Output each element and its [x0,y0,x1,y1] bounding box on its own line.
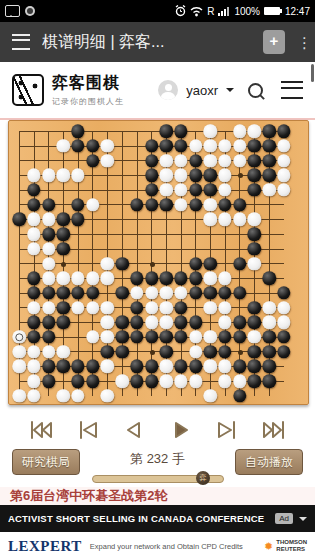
black-stone-r13c17 [248,301,261,314]
black-stone-r16c15 [218,345,231,358]
white-stone-r14c7 [101,316,114,329]
black-stone-r11c12 [174,272,187,285]
white-stone-r3c14 [204,154,217,167]
white-stone-r18c12 [174,374,187,387]
white-stone-r19c2 [27,389,40,402]
black-stone-r12c13 [189,286,202,299]
avatar[interactable] [158,80,178,100]
white-stone-r10c17 [248,257,261,270]
wifi-icon [190,6,203,17]
go-board[interactable] [8,120,309,405]
white-stone-r9c2 [27,242,40,255]
white-stone-r11c7 [101,272,114,285]
board-section [0,120,315,405]
white-stone-r15c14 [204,330,217,343]
battery-icon [264,7,280,15]
black-stone-r15c19 [277,330,290,343]
white-stone-r17c2 [27,360,40,373]
black-stone-r3c13 [189,154,202,167]
black-stone-r14c13 [189,316,202,329]
white-stone-r16c4 [57,345,70,358]
black-stone-r14c12 [174,316,187,329]
white-stone-r19c1 [13,389,26,402]
black-stone-r7c5 [71,213,84,226]
black-stone-r5c13 [189,183,202,196]
black-stone-r15c16 [233,330,246,343]
white-stone-r1c17 [248,125,261,138]
black-stone-r7c4 [57,213,70,226]
white-stone-r1c16 [233,125,246,138]
black-stone-r2c12 [174,139,187,152]
black-stone-r13c4 [57,301,70,314]
white-stone-r3c7 [101,154,114,167]
black-stone-r10c16 [233,257,246,270]
black-stone-r6c10 [145,198,158,211]
black-stone-r14c16 [233,316,246,329]
black-stone-r9c4 [57,242,70,255]
black-stone-r18c17 [248,374,261,387]
star-point [61,262,66,267]
white-stone-r3c15 [218,154,231,167]
menu-icon[interactable] [12,34,30,50]
white-stone-r4c15 [218,169,231,182]
black-stone-r12c2 [27,286,40,299]
black-stone-r13c9 [130,301,143,314]
white-stone-r3c19 [277,154,290,167]
black-stone-r14c2 [27,316,40,329]
clock: 12:47 [285,6,310,17]
white-stone-r7c15 [218,213,231,226]
white-stone-r15c17 [248,330,261,343]
black-stone-r15c8 [115,330,128,343]
black-stone-r6c5 [71,198,84,211]
white-stone-r12c10 [145,286,158,299]
black-stone-r15c3 [42,330,55,343]
step-forward-icon[interactable] [212,419,242,441]
black-stone-r4c17 [248,169,261,182]
white-stone-r13c19 [277,301,290,314]
white-stone-r6c6 [86,198,99,211]
white-stone-r11c3 [42,272,55,285]
black-stone-r14c4 [57,316,70,329]
white-stone-r11c5 [71,272,84,285]
black-stone-r6c2 [27,198,40,211]
black-stone-r15c12 [174,330,187,343]
white-stone-r4c2 [27,169,40,182]
white-stone-r18c15 [218,374,231,387]
black-stone-r1c11 [160,125,173,138]
white-stone-r17c11 [160,360,173,373]
white-stone-r14c19 [277,316,290,329]
black-stone-r12c4 [57,286,70,299]
black-stone-r19c16 [233,389,246,402]
jump-to-end-icon[interactable] [259,419,289,441]
white-stone-r19c14 [204,389,217,402]
black-stone-r1c5 [71,125,84,138]
ad-text[interactable]: ACTIVIST SHORT SELLING IN CANADA CONFERE… [8,513,269,524]
black-stone-r6c13 [189,198,202,211]
black-stone-r14c3 [42,316,55,329]
black-stone-r11c13 [189,272,202,285]
slider-thumb[interactable]: 弈 [196,471,210,485]
black-stone-r17c5 [71,360,84,373]
white-stone-r2c4 [57,139,70,152]
black-stone-r5c14 [204,183,217,196]
black-stone-r3c6 [86,154,99,167]
black-stone-r5c2 [27,183,40,196]
black-stone-r6c3 [42,198,55,211]
white-stone-r10c7 [101,257,114,270]
black-stone-r12c19 [277,286,290,299]
black-stone-r4c10 [145,169,158,182]
black-stone-r17c10 [145,360,158,373]
white-stone-r19c4 [57,389,70,402]
black-stone-r18c10 [145,374,158,387]
white-stone-r12c9 [130,286,143,299]
black-stone-r17c12 [174,360,187,373]
ad-footer-tagline: Expand your network and Obtain CPD Credi… [90,542,256,551]
black-stone-r17c18 [262,360,275,373]
white-stone-r5c11 [160,183,173,196]
signal-icon [218,6,230,16]
study-button[interactable]: 研究棋局 [12,449,80,475]
white-stone-r11c15 [218,272,231,285]
site-header: 弈客围棋 记录你的围棋人生 yaoxr [0,62,315,118]
app-header: 棋谱明细 | 弈客... ⋮ [0,22,315,62]
black-stone-r6c9 [130,198,143,211]
black-stone-r18c18 [262,374,275,387]
white-stone-r4c5 [71,169,84,182]
black-stone-r17c17 [248,360,261,373]
white-stone-r15c7 [101,330,114,343]
black-stone-r16c7 [101,345,114,358]
white-stone-r5c12 [174,183,187,196]
white-stone-r3c16 [233,154,246,167]
black-stone-r18c6 [86,374,99,387]
white-stone-r4c3 [42,169,55,182]
black-stone-r16c17 [248,345,261,358]
black-stone-r16c11 [160,345,173,358]
black-stone-r6c15 [218,198,231,211]
black-stone-r12c15 [218,286,231,299]
black-stone-r15c18 [262,330,275,343]
black-stone-r17c4 [57,360,70,373]
move-slider[interactable]: 弈 [92,475,224,483]
black-stone-r13c12 [174,301,187,314]
white-stone-r18c16 [233,374,246,387]
white-stone-r15c1 [13,330,26,343]
thomson-reuters-icon: ✹ [264,541,273,552]
lexpert-logo[interactable]: LEXPERT [8,538,82,555]
white-stone-r17c1 [13,360,26,373]
black-stone-r2c11 [160,139,173,152]
white-stone-r19c5 [71,389,84,402]
white-stone-r14c11 [160,316,173,329]
black-stone-r12c5 [71,286,84,299]
black-stone-r8c3 [42,227,55,240]
white-stone-r16c2 [27,345,40,358]
white-stone-r16c1 [13,345,26,358]
black-stone-r12c8 [115,286,128,299]
white-stone-r11c4 [57,272,70,285]
brand-tagline: 记录你的围棋人生 [52,96,124,107]
black-stone-r2c17 [248,139,261,152]
white-stone-r13c7 [101,301,114,314]
star-point [150,350,155,355]
white-stone-r13c10 [145,301,158,314]
white-stone-r7c17 [248,213,261,226]
black-stone-r16c14 [204,345,217,358]
black-stone-r3c10 [145,154,158,167]
white-stone-r4c11 [160,169,173,182]
black-stone-r11c9 [130,272,143,285]
status-bar: R 100% 12:47 [0,0,315,22]
white-stone-r18c13 [189,374,202,387]
black-stone-r11c18 [262,272,275,285]
black-stone-r15c15 [218,330,231,343]
record-icon [25,6,35,16]
white-stone-r14c18 [262,316,275,329]
step-back-icon[interactable] [119,419,149,441]
black-stone-r2c10 [145,139,158,152]
star-point [238,350,243,355]
white-stone-r16c3 [42,345,55,358]
brand-name: 弈客围棋 [52,73,124,94]
black-stone-r18c3 [42,374,55,387]
ad-footer[interactable]: LEXPERT Expand your network and Obtain C… [0,532,315,560]
white-stone-r15c6 [86,330,99,343]
play-icon[interactable] [166,419,196,441]
white-stone-r13c18 [262,301,275,314]
black-stone-r15c10 [145,330,158,343]
white-stone-r17c14 [204,360,217,373]
white-stone-r5c19 [277,183,290,196]
black-stone-r16c19 [277,345,290,358]
black-stone-r17c16 [233,360,246,373]
white-stone-r18c8 [115,374,128,387]
white-stone-r17c15 [218,360,231,373]
black-stone-r17c13 [189,360,202,373]
last-move-marker [15,333,23,341]
white-stone-r13c14 [204,301,217,314]
black-stone-r17c6 [86,360,99,373]
white-stone-r18c2 [27,374,40,387]
star-point [238,173,243,178]
scrollbar[interactable] [311,64,314,82]
white-stone-r2c13 [189,139,202,152]
page-title: 棋谱明细 | 弈客... [42,32,251,53]
black-stone-r7c1 [13,213,26,226]
search-icon[interactable] [248,83,263,98]
black-stone-r10c14 [204,257,217,270]
black-stone-r2c18 [262,139,275,152]
black-stone-r4c14 [204,169,217,182]
black-stone-r2c5 [71,139,84,152]
white-stone-r9c3 [42,242,55,255]
black-stone-r9c17 [248,242,261,255]
white-stone-r1c14 [204,125,217,138]
thomson-reuters-label: THOMSON REUTERS [276,539,307,553]
white-stone-r3c12 [174,154,187,167]
black-stone-r8c4 [57,227,70,240]
black-stone-r14c8 [115,316,128,329]
white-stone-r2c16 [233,139,246,152]
black-stone-r12c14 [204,286,217,299]
board-grid [19,131,285,397]
black-stone-r18c5 [71,374,84,387]
jump-to-start-icon[interactable] [26,419,56,441]
username[interactable]: yaoxr [186,83,218,98]
ad-banner[interactable]: ACTIVIST SHORT SELLING IN CANADA CONFERE… [0,505,315,532]
black-stone-r15c9 [130,330,143,343]
black-stone-r12c16 [233,286,246,299]
black-stone-r1c12 [174,125,187,138]
white-stone-r8c2 [27,227,40,240]
event-title[interactable]: 第6届台湾中环碁圣战第2轮 [0,487,315,505]
white-stone-r2c15 [218,139,231,152]
white-stone-r14c10 [145,316,158,329]
ad-badge: Ad [275,513,293,524]
white-stone-r7c14 [204,213,217,226]
screenshot-icon [5,5,20,17]
white-stone-r17c7 [101,360,114,373]
autoplay-button[interactable]: 自动播放 [235,449,303,475]
black-stone-r1c19 [277,125,290,138]
white-stone-r5c18 [262,183,275,196]
black-stone-r2c6 [86,139,99,152]
white-stone-r5c15 [218,183,231,196]
black-stone-r6c11 [160,198,173,211]
black-stone-r10c13 [189,257,202,270]
new-tab-icon[interactable] [263,30,285,54]
white-stone-r12c11 [160,286,173,299]
playback-controls: 研究棋局 第 232 手 弈 自动播放 [0,405,315,487]
black-stone-r4c13 [189,169,202,182]
white-stone-r2c19 [277,139,290,152]
overflow-menu-icon[interactable]: ⋮ [297,40,303,45]
black-stone-r16c18 [262,345,275,358]
black-stone-r18c9 [130,374,143,387]
black-stone-r6c16 [233,198,246,211]
ad-caret-icon[interactable] [299,517,307,525]
star-point [150,262,155,267]
white-stone-r13c5 [71,301,84,314]
black-stone-r11c10 [145,272,158,285]
white-stone-r16c13 [189,345,202,358]
white-stone-r14c15 [218,316,231,329]
alarm-icon [175,5,186,17]
white-stone-r2c14 [204,139,217,152]
site-menu-icon[interactable] [281,81,303,99]
black-stone-r3c18 [262,154,275,167]
black-stone-r5c10 [145,183,158,196]
black-stone-r17c3 [42,360,55,373]
white-stone-r7c2 [27,213,40,226]
white-stone-r4c4 [57,169,70,182]
black-stone-r12c3 [42,286,55,299]
white-stone-r13c11 [160,301,173,314]
white-stone-r18c11 [160,374,173,387]
white-stone-r13c3 [42,301,55,314]
white-stone-r10c3 [42,257,55,270]
move-counter: 第 232 手 [130,450,185,468]
network-type: R [207,6,214,17]
black-stone-r11c11 [160,272,173,285]
white-stone-r4c12 [174,169,187,182]
white-stone-r6c12 [174,198,187,211]
step-back-fast-icon[interactable] [73,419,103,441]
white-stone-r11c6 [86,272,99,285]
black-stone-r16c8 [115,345,128,358]
black-stone-r8c17 [248,227,261,240]
black-stone-r15c2 [27,330,40,343]
black-stone-r12c6 [86,286,99,299]
white-stone-r13c15 [218,301,231,314]
white-stone-r11c14 [204,272,217,285]
white-stone-r3c11 [160,154,173,167]
white-stone-r7c16 [233,213,246,226]
white-stone-r13c2 [27,301,40,314]
white-stone-r12c12 [174,286,187,299]
black-stone-r17c9 [130,360,143,373]
black-stone-r15c11 [160,330,173,343]
white-stone-r4c19 [277,169,290,182]
white-stone-r19c7 [101,389,114,402]
white-stone-r15c13 [189,330,202,343]
black-stone-r4c18 [262,169,275,182]
black-stone-r14c9 [130,316,143,329]
white-stone-r6c14 [204,198,217,211]
black-stone-r1c18 [262,125,275,138]
black-stone-r11c2 [27,272,40,285]
battery-percent: 100% [234,6,260,17]
black-stone-r3c17 [248,154,261,167]
user-dropdown-icon[interactable] [226,88,234,96]
white-stone-r2c7 [101,139,114,152]
yike-logo-icon[interactable] [12,74,44,106]
black-stone-r10c8 [115,257,128,270]
black-stone-r14c17 [248,316,261,329]
white-stone-r7c3 [42,213,55,226]
white-stone-r13c6 [86,301,99,314]
black-stone-r5c17 [248,183,261,196]
